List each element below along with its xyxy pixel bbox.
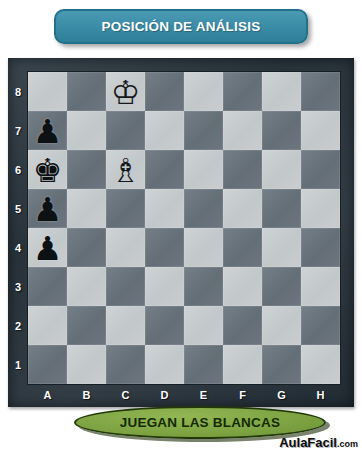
- rank-label-1: 1: [8, 345, 28, 384]
- square-g1[interactable]: [262, 345, 301, 384]
- rank-labels: 87654321: [8, 72, 28, 384]
- square-e2[interactable]: [184, 306, 223, 345]
- file-label-f: F: [223, 384, 262, 406]
- square-b5[interactable]: [67, 189, 106, 228]
- black-pawn-a4: ♟: [28, 228, 67, 267]
- square-f7[interactable]: [223, 111, 262, 150]
- square-a4[interactable]: ♟: [28, 228, 67, 267]
- square-g5[interactable]: [262, 189, 301, 228]
- square-d2[interactable]: [145, 306, 184, 345]
- white-king-c8: ♔: [106, 72, 145, 111]
- square-a2[interactable]: [28, 306, 67, 345]
- square-h4[interactable]: [301, 228, 340, 267]
- brand-domain-suffix: .com: [337, 439, 358, 449]
- square-g4[interactable]: [262, 228, 301, 267]
- rank-label-4: 4: [8, 228, 28, 267]
- chess-board-frame: 87654321 ♔♟♚♗♟♟ ABCDEFGH: [8, 58, 354, 407]
- square-h5[interactable]: [301, 189, 340, 228]
- square-c1[interactable]: [106, 345, 145, 384]
- analysis-banner: POSICIÓN DE ANÁLISIS: [54, 9, 308, 44]
- square-h7[interactable]: [301, 111, 340, 150]
- rank-label-2: 2: [8, 306, 28, 345]
- square-b2[interactable]: [67, 306, 106, 345]
- square-h8[interactable]: [301, 72, 340, 111]
- rank-label-8: 8: [8, 72, 28, 111]
- square-d6[interactable]: [145, 150, 184, 189]
- analysis-banner-label: POSICIÓN DE ANÁLISIS: [102, 19, 261, 34]
- square-e7[interactable]: [184, 111, 223, 150]
- square-e8[interactable]: [184, 72, 223, 111]
- file-label-e: E: [184, 384, 223, 406]
- square-a3[interactable]: [28, 267, 67, 306]
- square-e6[interactable]: [184, 150, 223, 189]
- square-c5[interactable]: [106, 189, 145, 228]
- square-g7[interactable]: [262, 111, 301, 150]
- square-a1[interactable]: [28, 345, 67, 384]
- square-e3[interactable]: [184, 267, 223, 306]
- turn-banner-label: JUEGAN LAS BLANCAS: [120, 415, 280, 430]
- square-c3[interactable]: [106, 267, 145, 306]
- rank-label-5: 5: [8, 189, 28, 228]
- rank-label-7: 7: [8, 111, 28, 150]
- file-label-c: C: [106, 384, 145, 406]
- black-pawn-a7: ♟: [28, 111, 67, 150]
- square-e5[interactable]: [184, 189, 223, 228]
- square-h2[interactable]: [301, 306, 340, 345]
- page: POSICIÓN DE ANÁLISIS 87654321 ♔♟♚♗♟♟ ABC…: [0, 0, 362, 450]
- square-c7[interactable]: [106, 111, 145, 150]
- square-a6[interactable]: ♚: [28, 150, 67, 189]
- black-king-a6: ♚: [28, 150, 67, 189]
- square-f5[interactable]: [223, 189, 262, 228]
- file-label-h: H: [301, 384, 340, 406]
- square-d5[interactable]: [145, 189, 184, 228]
- square-b7[interactable]: [67, 111, 106, 150]
- square-b1[interactable]: [67, 345, 106, 384]
- square-a5[interactable]: ♟: [28, 189, 67, 228]
- square-d8[interactable]: [145, 72, 184, 111]
- square-f1[interactable]: [223, 345, 262, 384]
- square-g8[interactable]: [262, 72, 301, 111]
- chess-board: ♔♟♚♗♟♟: [28, 72, 340, 384]
- square-c8[interactable]: ♔: [106, 72, 145, 111]
- square-g3[interactable]: [262, 267, 301, 306]
- square-g2[interactable]: [262, 306, 301, 345]
- file-label-d: D: [145, 384, 184, 406]
- brand: AulaFacil.com: [279, 433, 358, 450]
- rank-label-6: 6: [8, 150, 28, 189]
- square-g6[interactable]: [262, 150, 301, 189]
- file-label-b: B: [67, 384, 106, 406]
- square-f2[interactable]: [223, 306, 262, 345]
- square-h6[interactable]: [301, 150, 340, 189]
- file-label-g: G: [262, 384, 301, 406]
- black-pawn-a5: ♟: [28, 189, 67, 228]
- file-labels: ABCDEFGH: [28, 384, 340, 406]
- square-c6[interactable]: ♗: [106, 150, 145, 189]
- square-e4[interactable]: [184, 228, 223, 267]
- square-b8[interactable]: [67, 72, 106, 111]
- square-b3[interactable]: [67, 267, 106, 306]
- square-c4[interactable]: [106, 228, 145, 267]
- square-f3[interactable]: [223, 267, 262, 306]
- square-e1[interactable]: [184, 345, 223, 384]
- square-d3[interactable]: [145, 267, 184, 306]
- square-f6[interactable]: [223, 150, 262, 189]
- square-a8[interactable]: [28, 72, 67, 111]
- square-b4[interactable]: [67, 228, 106, 267]
- square-d1[interactable]: [145, 345, 184, 384]
- square-h1[interactable]: [301, 345, 340, 384]
- square-f4[interactable]: [223, 228, 262, 267]
- brand-name: AulaFacil: [279, 435, 337, 450]
- rank-label-3: 3: [8, 267, 28, 306]
- white-bishop-c6: ♗: [106, 150, 145, 189]
- square-d7[interactable]: [145, 111, 184, 150]
- file-label-a: A: [28, 384, 67, 406]
- square-a7[interactable]: ♟: [28, 111, 67, 150]
- square-f8[interactable]: [223, 72, 262, 111]
- square-b6[interactable]: [67, 150, 106, 189]
- square-d4[interactable]: [145, 228, 184, 267]
- square-h3[interactable]: [301, 267, 340, 306]
- square-c2[interactable]: [106, 306, 145, 345]
